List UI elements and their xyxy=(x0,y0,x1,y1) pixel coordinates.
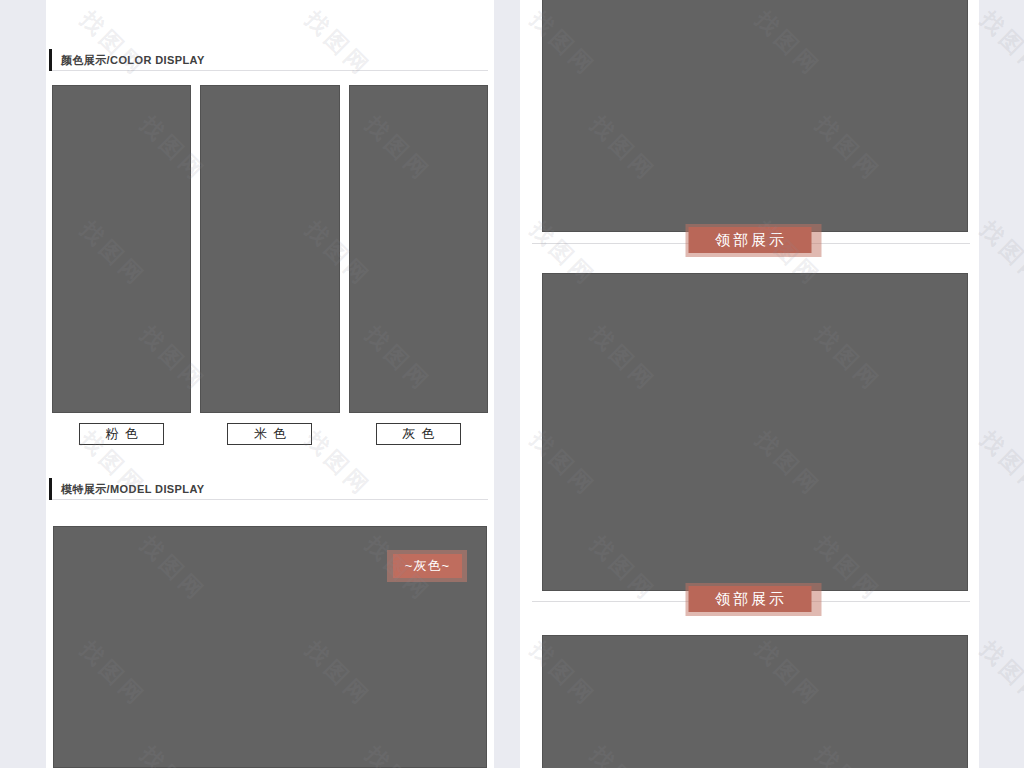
color-label-gray: 灰色 xyxy=(376,423,461,445)
watermark-text: 找图网 xyxy=(974,635,1024,713)
header-accent-bar xyxy=(49,49,52,71)
model-image: ~灰色~ xyxy=(53,526,487,768)
model-color-tag: ~灰色~ xyxy=(393,554,462,578)
detail-image-1 xyxy=(542,0,968,232)
color-display-header: 颜色展示/COLOR DISPLAY xyxy=(49,49,205,71)
color-swatch-grid xyxy=(52,85,488,413)
color-swatch-image-gray xyxy=(349,85,488,413)
detail-page: 颜色展示/COLOR DISPLAY 粉色 米色 灰色 模特展示/MODEL D… xyxy=(0,0,1024,768)
collar-display-badge-2: 领部展示 xyxy=(688,586,811,612)
left-panel: 颜色展示/COLOR DISPLAY 粉色 米色 灰色 模特展示/MODEL D… xyxy=(46,0,494,768)
watermark-text: 找图网 xyxy=(974,215,1024,293)
watermark-text: 找图网 xyxy=(974,425,1024,503)
header-accent-bar xyxy=(49,478,52,500)
collar-display-badge-1: 领部展示 xyxy=(688,227,811,253)
color-label-beige: 米色 xyxy=(227,423,312,445)
watermark-text: 找图网 xyxy=(974,5,1024,83)
detail-image-2 xyxy=(542,273,968,591)
color-swatch-image-pink xyxy=(52,85,191,413)
right-panel: 领部展示 领部展示 xyxy=(520,0,979,768)
color-label-pink: 粉色 xyxy=(79,423,164,445)
color-swatch-image-beige xyxy=(200,85,339,413)
detail-image-3 xyxy=(542,635,968,768)
color-display-header-text: 颜色展示/COLOR DISPLAY xyxy=(61,53,205,68)
model-display-header-text: 模特展示/MODEL DISPLAY xyxy=(61,482,205,497)
color-label-row: 粉色 米色 灰色 xyxy=(52,423,488,445)
model-display-header: 模特展示/MODEL DISPLAY xyxy=(49,478,205,500)
